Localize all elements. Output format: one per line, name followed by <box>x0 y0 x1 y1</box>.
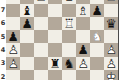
piece-black-queen-h6: ♛ <box>104 17 118 30</box>
chess-diagram: 87654321 ♜♚♜♖♝♝♗♟♟♜♖♛♟♞♘♟♙♟♟♙♟♙♜♞♟♙♟♙♚♔ <box>0 0 120 80</box>
square-g2[interactable] <box>90 70 104 80</box>
square-d7[interactable] <box>48 4 62 17</box>
square-d2[interactable] <box>48 70 62 80</box>
square-d6[interactable] <box>48 17 62 30</box>
square-f4[interactable]: ♟ <box>76 43 90 56</box>
square-e3[interactable]: ♞ <box>62 57 76 70</box>
square-f3[interactable]: ♟♙ <box>76 57 90 70</box>
square-c7[interactable] <box>34 4 48 17</box>
square-b5[interactable] <box>20 30 34 43</box>
square-h5[interactable] <box>104 30 118 43</box>
piece-white-pawn-h3: ♟♙ <box>104 57 118 70</box>
piece-black-knight-e3: ♞ <box>62 57 76 70</box>
square-e4[interactable] <box>62 43 76 56</box>
square-a6[interactable] <box>6 17 20 30</box>
square-e6[interactable]: ♜♖ <box>62 17 76 30</box>
square-a3[interactable]: ♟♙ <box>6 57 20 70</box>
square-b4[interactable] <box>20 43 34 56</box>
piece-black-pawn-a5: ♟ <box>6 30 20 43</box>
square-f7[interactable]: ♝♗ <box>76 4 90 17</box>
square-b6[interactable]: ♟ <box>20 17 34 30</box>
square-e2[interactable] <box>62 70 76 80</box>
piece-black-pawn-b6: ♟ <box>20 17 34 30</box>
piece-white-rook-e6: ♜♖ <box>62 17 76 30</box>
square-f2[interactable] <box>76 70 90 80</box>
square-b7[interactable]: ♝ <box>20 4 34 17</box>
piece-white-pawn-h4: ♟♙ <box>104 43 118 56</box>
piece-black-bishop-b7: ♝ <box>20 4 34 17</box>
square-h7[interactable] <box>104 4 118 17</box>
piece-white-king-h2: ♚♔ <box>104 70 118 80</box>
square-h6[interactable]: ♛ <box>104 17 118 30</box>
piece-white-pawn-a3: ♟♙ <box>6 57 20 70</box>
square-c2[interactable] <box>34 70 48 80</box>
square-g4[interactable] <box>90 43 104 56</box>
square-c3[interactable] <box>34 57 48 70</box>
square-d4[interactable] <box>48 43 62 56</box>
square-g3[interactable] <box>90 57 104 70</box>
piece-white-bishop-f7: ♝♗ <box>76 4 90 17</box>
square-a4[interactable]: ♟♙ <box>6 43 20 56</box>
square-b3[interactable] <box>20 57 34 70</box>
square-h4[interactable]: ♟♙ <box>104 43 118 56</box>
piece-white-pawn-f3: ♟♙ <box>76 57 90 70</box>
square-g5[interactable]: ♞♘ <box>90 30 104 43</box>
square-d5[interactable] <box>48 30 62 43</box>
piece-black-rook-d3: ♜ <box>48 57 62 70</box>
square-c5[interactable] <box>34 30 48 43</box>
piece-black-pawn-f4: ♟ <box>76 43 90 56</box>
piece-white-knight-g5: ♞♘ <box>90 30 104 43</box>
square-e7[interactable] <box>62 4 76 17</box>
chess-board: ♜♚♜♖♝♝♗♟♟♜♖♛♟♞♘♟♙♟♟♙♟♙♜♞♟♙♟♙♚♔ <box>6 0 119 80</box>
square-a5[interactable]: ♟ <box>6 30 20 43</box>
square-g7[interactable]: ♟ <box>90 4 104 17</box>
square-g6[interactable] <box>90 17 104 30</box>
square-a7[interactable] <box>6 4 20 17</box>
square-h2[interactable]: ♚♔ <box>104 70 118 80</box>
piece-white-pawn-a4: ♟♙ <box>6 43 20 56</box>
square-f5[interactable] <box>76 30 90 43</box>
square-h3[interactable]: ♟♙ <box>104 57 118 70</box>
square-d3[interactable]: ♜ <box>48 57 62 70</box>
square-b2[interactable] <box>20 70 34 80</box>
square-c6[interactable] <box>34 17 48 30</box>
piece-black-pawn-g7: ♟ <box>90 4 104 17</box>
square-e5[interactable] <box>62 30 76 43</box>
square-f6[interactable] <box>76 17 90 30</box>
square-a2[interactable] <box>6 70 20 80</box>
square-c4[interactable] <box>34 43 48 56</box>
